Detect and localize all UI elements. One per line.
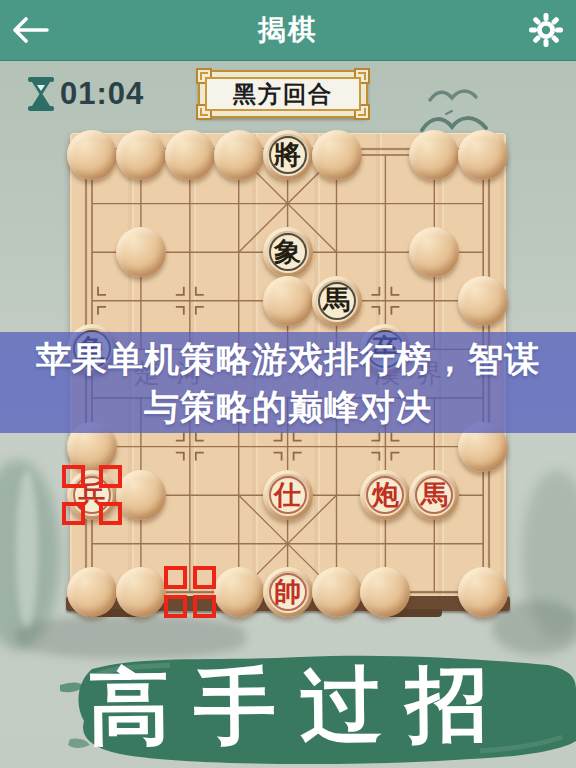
red-piece-仕[interactable]: 仕 <box>263 470 313 520</box>
hidden-piece[interactable] <box>458 276 508 326</box>
gear-icon <box>529 13 563 47</box>
timer: 01:04 <box>28 76 144 112</box>
black-piece-將[interactable]: 將 <box>263 130 313 180</box>
hidden-piece[interactable] <box>214 130 264 180</box>
hidden-piece[interactable] <box>116 130 166 180</box>
ad-banner-overlay[interactable]: 苹果单机策略游戏排行榜，智谋 与策略的巅峰对决 <box>0 332 576 433</box>
hidden-piece[interactable] <box>67 567 117 617</box>
hidden-piece[interactable] <box>116 470 166 520</box>
black-piece-象[interactable]: 象 <box>263 227 313 277</box>
hidden-piece[interactable] <box>116 227 166 277</box>
red-piece-兵[interactable]: 兵 <box>67 470 117 520</box>
hidden-piece[interactable] <box>360 567 410 617</box>
hidden-piece[interactable] <box>263 276 313 326</box>
hourglass-icon <box>28 77 54 111</box>
hidden-piece[interactable] <box>312 130 362 180</box>
black-piece-馬[interactable]: 馬 <box>312 276 362 326</box>
bottom-banner: 高手过招 <box>0 645 576 768</box>
top-bar: 揭棋 <box>0 0 576 61</box>
red-piece-馬[interactable]: 馬 <box>409 470 459 520</box>
bottom-banner-text: 高手过招 <box>0 648 576 766</box>
hidden-piece[interactable] <box>409 130 459 180</box>
ink-wash-left-light <box>16 470 38 630</box>
hidden-piece[interactable] <box>458 567 508 617</box>
turn-banner: 黑方回合 <box>198 70 368 118</box>
ad-text-line2: 与策略的巅峰对决 <box>144 383 432 431</box>
hidden-piece[interactable] <box>116 567 166 617</box>
hidden-piece[interactable] <box>214 567 264 617</box>
ink-wash-left <box>0 460 60 650</box>
red-piece-帥[interactable]: 帥 <box>263 567 313 617</box>
hidden-piece[interactable] <box>458 130 508 180</box>
hidden-piece[interactable] <box>165 130 215 180</box>
hidden-piece[interactable] <box>67 130 117 180</box>
ad-text-line1: 苹果单机策略游戏排行榜，智谋 <box>36 335 540 383</box>
page-title: 揭棋 <box>0 11 576 49</box>
back-arrow-icon <box>11 17 49 43</box>
hidden-piece[interactable] <box>409 227 459 277</box>
settings-button[interactable] <box>516 0 576 60</box>
hidden-piece[interactable] <box>312 567 362 617</box>
timer-value: 01:04 <box>60 76 144 112</box>
ink-wash-right <box>522 470 576 640</box>
turn-banner-text: 黑方回合 <box>233 79 333 110</box>
back-button[interactable] <box>0 0 60 60</box>
app-screen: 揭棋 <box>0 0 576 768</box>
red-piece-炮[interactable]: 炮 <box>360 470 410 520</box>
